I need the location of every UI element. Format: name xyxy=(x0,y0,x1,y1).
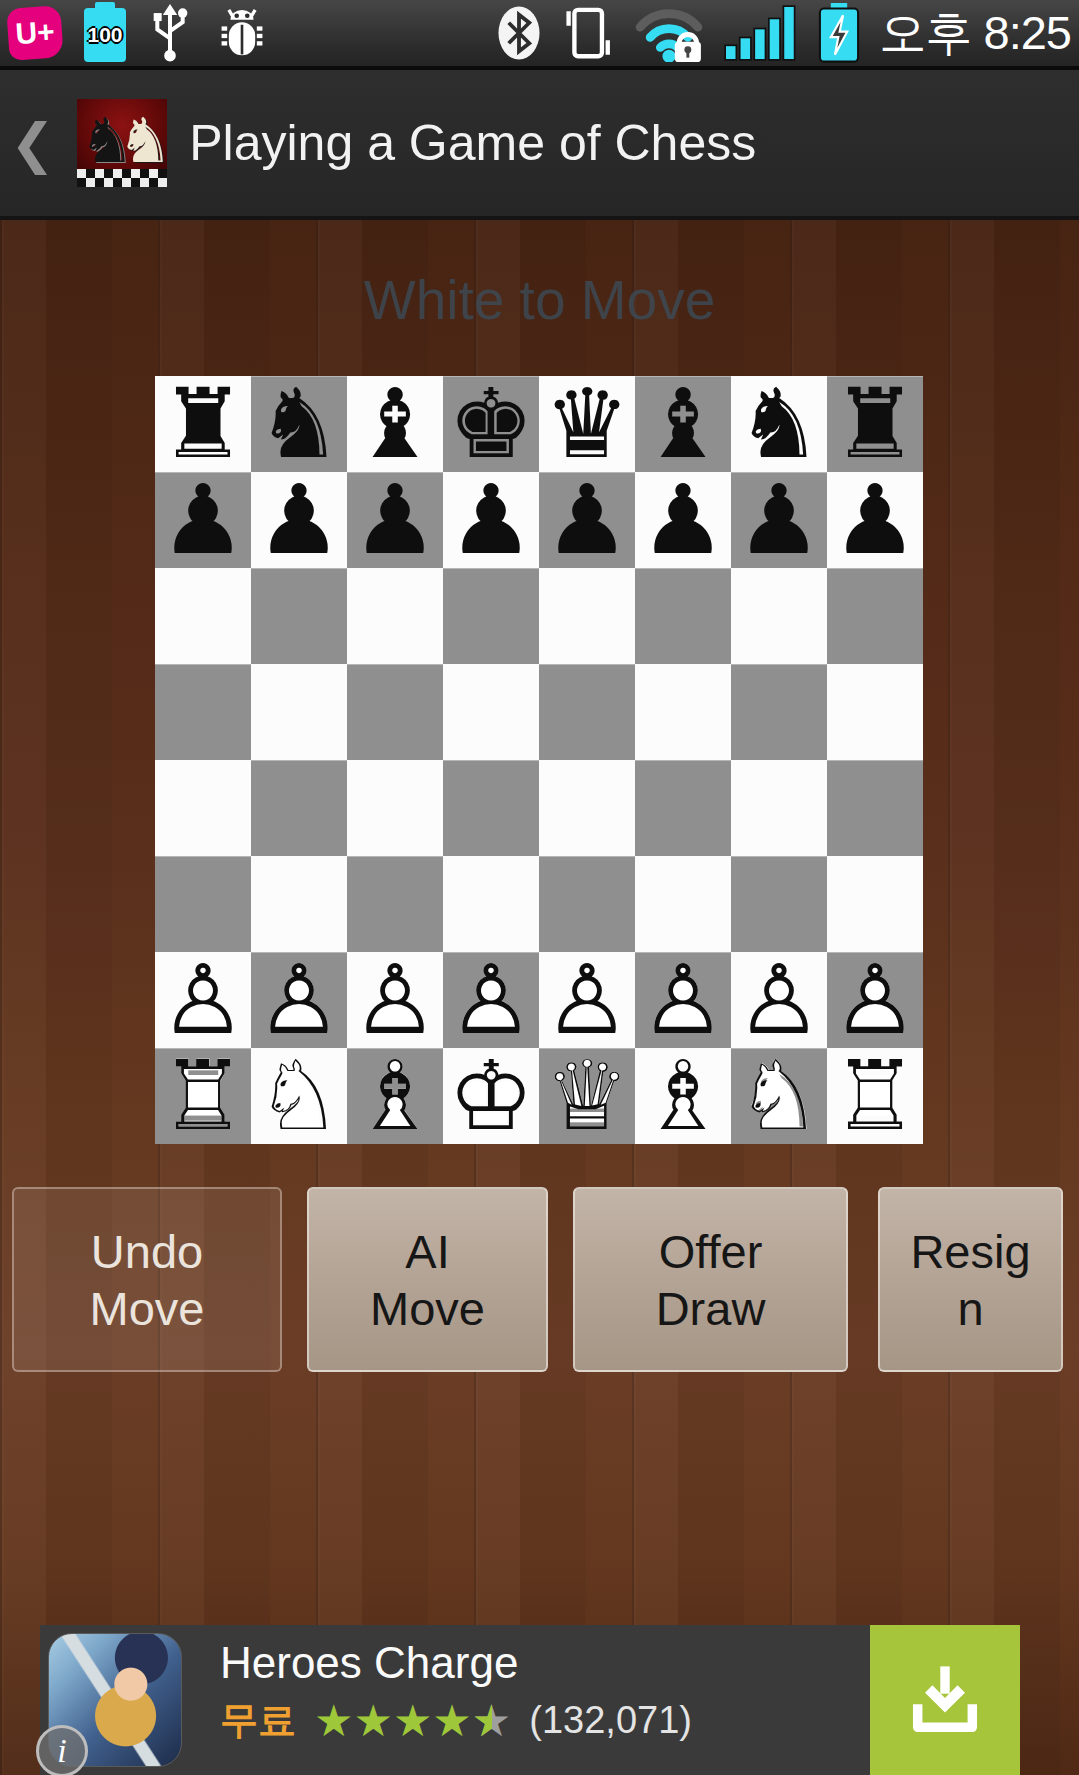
carrier-logo-text: U+ xyxy=(14,15,55,52)
square-d4[interactable] xyxy=(443,760,539,856)
square-h5[interactable] xyxy=(827,664,923,760)
white-pawn: ♟♙ xyxy=(635,952,731,1048)
square-f1[interactable]: ♝♗ xyxy=(635,1048,731,1144)
white-pawn: ♟♙ xyxy=(251,952,347,1048)
white-bishop: ♝♗ xyxy=(635,1048,731,1144)
status-icons-left: U+ 100 xyxy=(8,4,270,62)
square-d1[interactable]: ♚♔ xyxy=(443,1048,539,1144)
square-h2[interactable]: ♟♙ xyxy=(827,952,923,1048)
star-full-icon: ★ xyxy=(393,1697,432,1745)
square-e1[interactable]: ♛♕ xyxy=(539,1048,635,1144)
square-c2[interactable]: ♟♙ xyxy=(347,952,443,1048)
black-pawn: ♟ xyxy=(347,472,443,568)
ad-star-rating: ★★★★★★ xyxy=(314,1697,511,1745)
square-h4[interactable] xyxy=(827,760,923,856)
black-bishop: ♝ xyxy=(635,376,731,472)
square-f8[interactable]: ♝ xyxy=(635,376,731,472)
white-rook: ♜♖ xyxy=(827,1048,923,1144)
chess-board[interactable]: ♜♞♝♚♛♝♞♜♟♟♟♟♟♟♟♟♟♙♟♙♟♙♟♙♟♙♟♙♟♙♟♙♜♖♞♘♝♗♚♔… xyxy=(155,376,923,1144)
square-f4[interactable] xyxy=(635,760,731,856)
square-a5[interactable] xyxy=(155,664,251,760)
square-d8[interactable]: ♚ xyxy=(443,376,539,472)
black-bishop: ♝ xyxy=(347,376,443,472)
star-full-icon: ★ xyxy=(353,1697,392,1745)
star-half-icon: ★★ xyxy=(472,1697,511,1745)
undo-move-label-line1: Undo xyxy=(91,1223,203,1280)
square-h6[interactable] xyxy=(827,568,923,664)
resign-button[interactable]: Resig n xyxy=(878,1187,1063,1372)
ad-info-glyph: i xyxy=(57,1732,66,1770)
white-knight: ♞♘ xyxy=(731,1048,827,1144)
square-f2[interactable]: ♟♙ xyxy=(635,952,731,1048)
square-c8[interactable]: ♝ xyxy=(347,376,443,472)
bluetooth-icon xyxy=(497,5,541,61)
ad-price-text: 무료 xyxy=(220,1695,296,1746)
square-e4[interactable] xyxy=(539,760,635,856)
status-bar: U+ 100 xyxy=(0,0,1079,70)
white-pawn: ♟♙ xyxy=(347,952,443,1048)
offer-draw-button[interactable]: Offer Draw xyxy=(573,1187,848,1372)
square-g2[interactable]: ♟♙ xyxy=(731,952,827,1048)
square-d5[interactable] xyxy=(443,664,539,760)
square-c4[interactable] xyxy=(347,760,443,856)
offer-draw-label-line1: Offer xyxy=(659,1223,763,1280)
square-b5[interactable] xyxy=(251,664,347,760)
white-pawn: ♟♙ xyxy=(827,952,923,1048)
battery-charging-icon xyxy=(815,3,863,63)
square-h3[interactable] xyxy=(827,856,923,952)
square-b8[interactable]: ♞ xyxy=(251,376,347,472)
square-g5[interactable] xyxy=(731,664,827,760)
page-title: Playing a Game of Chess xyxy=(189,114,756,172)
square-c5[interactable] xyxy=(347,664,443,760)
square-b7[interactable]: ♟ xyxy=(251,472,347,568)
offer-draw-label-line2: Draw xyxy=(656,1280,766,1337)
signal-strength-icon xyxy=(723,5,799,61)
square-e2[interactable]: ♟♙ xyxy=(539,952,635,1048)
black-king: ♚ xyxy=(443,376,539,472)
black-rook: ♜ xyxy=(827,376,923,472)
square-h8[interactable]: ♜ xyxy=(827,376,923,472)
square-c1[interactable]: ♝♗ xyxy=(347,1048,443,1144)
square-a8[interactable]: ♜ xyxy=(155,376,251,472)
square-a2[interactable]: ♟♙ xyxy=(155,952,251,1048)
black-rook: ♜ xyxy=(155,376,251,472)
ad-icon-wrap: i xyxy=(40,1625,198,1775)
square-h7[interactable]: ♟ xyxy=(827,472,923,568)
usb-icon xyxy=(148,4,192,62)
carrier-uplus-icon: U+ xyxy=(6,5,63,61)
ad-rating-count: (132,071) xyxy=(529,1699,692,1742)
square-g7[interactable]: ♟ xyxy=(731,472,827,568)
white-rook: ♜♖ xyxy=(155,1048,251,1144)
white-king: ♚♔ xyxy=(443,1048,539,1144)
resign-label-line1: Resig xyxy=(910,1223,1030,1280)
debug-bug-icon xyxy=(214,5,270,61)
white-knight: ♞♘ xyxy=(251,1048,347,1144)
star-full-icon: ★ xyxy=(314,1697,353,1745)
white-queen: ♛♕ xyxy=(539,1048,635,1144)
chess-app-icon: ♞ ♞ xyxy=(77,99,167,187)
ai-move-label-line2: Move xyxy=(370,1280,485,1337)
black-pawn: ♟ xyxy=(827,472,923,568)
square-c6[interactable] xyxy=(347,568,443,664)
square-g3[interactable] xyxy=(731,856,827,952)
ad-meta-row: 무료 ★★★★★★ (132,071) xyxy=(220,1695,870,1746)
ad-info-icon[interactable]: i xyxy=(36,1725,88,1775)
square-f7[interactable]: ♟ xyxy=(635,472,731,568)
ad-title: Heroes Charge xyxy=(220,1635,870,1691)
square-a3[interactable] xyxy=(155,856,251,952)
square-e3[interactable] xyxy=(539,856,635,952)
square-f6[interactable] xyxy=(635,568,731,664)
square-a7[interactable]: ♟ xyxy=(155,472,251,568)
turn-indicator-text: White to Move xyxy=(0,268,1079,332)
square-b4[interactable] xyxy=(251,760,347,856)
star-full-icon: ★ xyxy=(432,1697,471,1745)
icon-checkerboard xyxy=(77,169,167,187)
black-pawn: ♟ xyxy=(539,472,635,568)
black-knight: ♞ xyxy=(251,376,347,472)
ai-move-label-line1: AI xyxy=(405,1223,449,1280)
black-pawn: ♟ xyxy=(635,472,731,568)
square-d7[interactable]: ♟ xyxy=(443,472,539,568)
black-pawn: ♟ xyxy=(251,472,347,568)
ad-body: Heroes Charge 무료 ★★★★★★ (132,071) xyxy=(198,1625,870,1775)
square-b2[interactable]: ♟♙ xyxy=(251,952,347,1048)
wifi-secured-icon xyxy=(631,4,707,62)
white-pawn: ♟♙ xyxy=(539,952,635,1048)
back-chevron-icon[interactable]: ❮ xyxy=(0,116,61,170)
black-pawn: ♟ xyxy=(731,472,827,568)
black-queen: ♛ xyxy=(539,376,635,472)
resign-label-line2: n xyxy=(957,1280,983,1337)
square-b1[interactable]: ♞♘ xyxy=(251,1048,347,1144)
phone-screen: U+ 100 xyxy=(0,0,1079,1775)
black-knight: ♞ xyxy=(731,376,827,472)
square-g6[interactable] xyxy=(731,568,827,664)
square-b3[interactable] xyxy=(251,856,347,952)
square-h1[interactable]: ♜♖ xyxy=(827,1048,923,1144)
undo-move-button[interactable]: Undo Move xyxy=(12,1187,282,1372)
square-b6[interactable] xyxy=(251,568,347,664)
square-d6[interactable] xyxy=(443,568,539,664)
square-d3[interactable] xyxy=(443,856,539,952)
ad-download-button[interactable] xyxy=(870,1625,1020,1775)
square-e8[interactable]: ♛ xyxy=(539,376,635,472)
battery-100-icon: 100 xyxy=(84,8,126,62)
undo-move-label-line2: Move xyxy=(90,1280,205,1337)
square-e7[interactable]: ♟ xyxy=(539,472,635,568)
square-c7[interactable]: ♟ xyxy=(347,472,443,568)
square-d2[interactable]: ♟♙ xyxy=(443,952,539,1048)
square-c3[interactable] xyxy=(347,856,443,952)
square-f5[interactable] xyxy=(635,664,731,760)
white-pawn: ♟♙ xyxy=(731,952,827,1048)
square-g8[interactable]: ♞ xyxy=(731,376,827,472)
ai-move-button[interactable]: AI Move xyxy=(307,1187,548,1372)
download-icon xyxy=(903,1658,987,1742)
white-pawn: ♟♙ xyxy=(155,952,251,1048)
white-bishop: ♝♗ xyxy=(347,1048,443,1144)
square-a1[interactable]: ♜♖ xyxy=(155,1048,251,1144)
square-g4[interactable] xyxy=(731,760,827,856)
square-a6[interactable] xyxy=(155,568,251,664)
black-pawn: ♟ xyxy=(443,472,539,568)
square-g1[interactable]: ♞♘ xyxy=(731,1048,827,1144)
square-f3[interactable] xyxy=(635,856,731,952)
battery-level-text: 100 xyxy=(87,23,122,47)
ad-banner[interactable]: i Heroes Charge 무료 ★★★★★★ (132,071) xyxy=(40,1625,1020,1775)
black-pawn: ♟ xyxy=(155,472,251,568)
clock-text: 오후 8:25 xyxy=(879,2,1071,65)
white-pawn: ♟♙ xyxy=(443,952,539,1048)
vibrate-icon xyxy=(557,5,615,61)
status-icons-right: 오후 8:25 xyxy=(497,2,1071,65)
app-header: ❮ ♞ ♞ Playing a Game of Chess xyxy=(0,70,1079,220)
square-a4[interactable] xyxy=(155,760,251,856)
square-e5[interactable] xyxy=(539,664,635,760)
square-e6[interactable] xyxy=(539,568,635,664)
